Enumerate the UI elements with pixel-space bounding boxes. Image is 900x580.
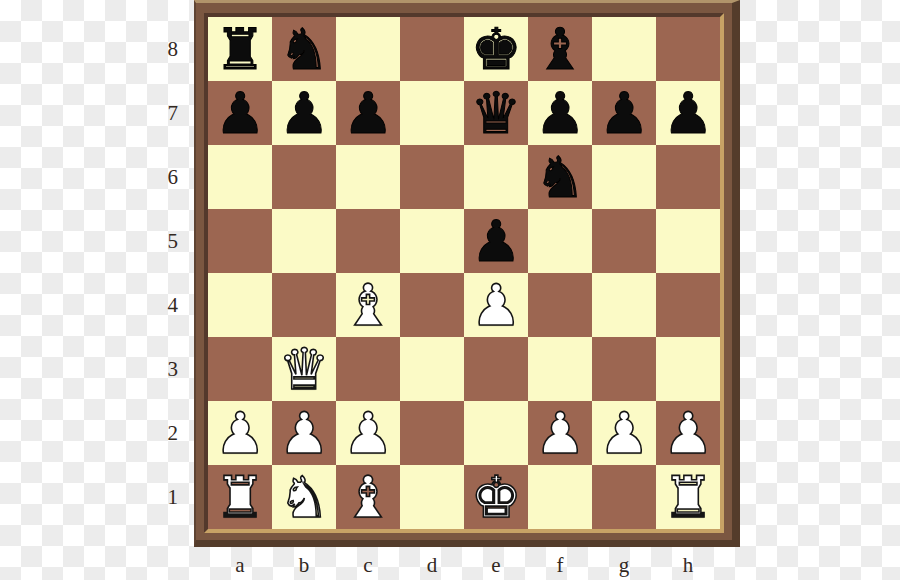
square-a1[interactable]: ♜: [208, 465, 272, 529]
square-b4[interactable]: [272, 273, 336, 337]
square-a3[interactable]: [208, 337, 272, 401]
square-f2[interactable]: ♟: [528, 401, 592, 465]
square-e1[interactable]: ♚: [464, 465, 528, 529]
file-label-c: c: [354, 553, 382, 577]
piece-black-pawn: ♟: [598, 81, 649, 145]
square-h5[interactable]: [656, 209, 720, 273]
square-f3[interactable]: [528, 337, 592, 401]
square-c7[interactable]: ♟: [336, 81, 400, 145]
piece-black-bishop: ♝: [534, 17, 585, 81]
chess-diagram: ♜♞♚♝♟♟♟♛♟♟♟♞♟♝♟♛♟♟♟♟♟♟♜♞♝♚♜ 87654321 abc…: [0, 0, 900, 580]
piece-white-pawn: ♟: [534, 401, 585, 465]
square-h1[interactable]: ♜: [656, 465, 720, 529]
square-g8[interactable]: [592, 17, 656, 81]
piece-white-king: ♚: [470, 465, 521, 529]
square-f5[interactable]: [528, 209, 592, 273]
square-d5[interactable]: [400, 209, 464, 273]
chess-board: ♜♞♚♝♟♟♟♛♟♟♟♞♟♝♟♛♟♟♟♟♟♟♜♞♝♚♜: [208, 17, 720, 529]
square-e2[interactable]: [464, 401, 528, 465]
square-d7[interactable]: [400, 81, 464, 145]
square-f1[interactable]: [528, 465, 592, 529]
square-b3[interactable]: ♛: [272, 337, 336, 401]
piece-black-king: ♚: [470, 17, 521, 81]
square-a8[interactable]: ♜: [208, 17, 272, 81]
square-h6[interactable]: [656, 145, 720, 209]
square-d8[interactable]: [400, 17, 464, 81]
square-d4[interactable]: [400, 273, 464, 337]
square-d2[interactable]: [400, 401, 464, 465]
square-e6[interactable]: [464, 145, 528, 209]
square-h8[interactable]: [656, 17, 720, 81]
square-d6[interactable]: [400, 145, 464, 209]
rank-label-1: 1: [150, 485, 178, 509]
square-g6[interactable]: [592, 145, 656, 209]
file-label-h: h: [674, 553, 702, 577]
file-label-a: a: [226, 553, 254, 577]
piece-white-pawn: ♟: [342, 401, 393, 465]
square-d3[interactable]: [400, 337, 464, 401]
square-a7[interactable]: ♟: [208, 81, 272, 145]
square-g1[interactable]: [592, 465, 656, 529]
piece-black-knight: ♞: [534, 145, 585, 209]
piece-white-bishop: ♝: [342, 465, 393, 529]
square-h7[interactable]: ♟: [656, 81, 720, 145]
square-h2[interactable]: ♟: [656, 401, 720, 465]
square-e8[interactable]: ♚: [464, 17, 528, 81]
square-c5[interactable]: [336, 209, 400, 273]
square-c1[interactable]: ♝: [336, 465, 400, 529]
square-e3[interactable]: [464, 337, 528, 401]
square-b8[interactable]: ♞: [272, 17, 336, 81]
square-h4[interactable]: [656, 273, 720, 337]
piece-black-queen: ♛: [470, 81, 521, 145]
square-a5[interactable]: [208, 209, 272, 273]
square-b7[interactable]: ♟: [272, 81, 336, 145]
piece-white-pawn: ♟: [598, 401, 649, 465]
piece-white-bishop: ♝: [342, 273, 393, 337]
piece-white-pawn: ♟: [214, 401, 265, 465]
square-a2[interactable]: ♟: [208, 401, 272, 465]
piece-black-rook: ♜: [214, 17, 265, 81]
file-label-b: b: [290, 553, 318, 577]
rank-label-2: 2: [150, 421, 178, 445]
square-a6[interactable]: [208, 145, 272, 209]
piece-black-pawn: ♟: [214, 81, 265, 145]
rank-label-6: 6: [150, 165, 178, 189]
piece-white-pawn: ♟: [662, 401, 713, 465]
square-b5[interactable]: [272, 209, 336, 273]
piece-white-pawn: ♟: [278, 401, 329, 465]
piece-black-knight: ♞: [278, 17, 329, 81]
rank-label-4: 4: [150, 293, 178, 317]
piece-white-queen: ♛: [278, 337, 329, 401]
square-c2[interactable]: ♟: [336, 401, 400, 465]
square-c4[interactable]: ♝: [336, 273, 400, 337]
square-c8[interactable]: [336, 17, 400, 81]
square-b6[interactable]: [272, 145, 336, 209]
square-f6[interactable]: ♞: [528, 145, 592, 209]
square-f4[interactable]: [528, 273, 592, 337]
piece-black-pawn: ♟: [342, 81, 393, 145]
square-f8[interactable]: ♝: [528, 17, 592, 81]
square-g3[interactable]: [592, 337, 656, 401]
square-g2[interactable]: ♟: [592, 401, 656, 465]
file-label-d: d: [418, 553, 446, 577]
file-label-e: e: [482, 553, 510, 577]
square-h3[interactable]: [656, 337, 720, 401]
rank-label-5: 5: [150, 229, 178, 253]
square-d1[interactable]: [400, 465, 464, 529]
square-c6[interactable]: [336, 145, 400, 209]
rank-label-7: 7: [150, 101, 178, 125]
piece-black-pawn: ♟: [534, 81, 585, 145]
square-g7[interactable]: ♟: [592, 81, 656, 145]
piece-white-rook: ♜: [662, 465, 713, 529]
piece-black-pawn: ♟: [662, 81, 713, 145]
piece-black-pawn: ♟: [470, 209, 521, 273]
square-f7[interactable]: ♟: [528, 81, 592, 145]
square-g5[interactable]: [592, 209, 656, 273]
square-e5[interactable]: ♟: [464, 209, 528, 273]
square-a4[interactable]: [208, 273, 272, 337]
piece-white-knight: ♞: [278, 465, 329, 529]
file-label-g: g: [610, 553, 638, 577]
square-b1[interactable]: ♞: [272, 465, 336, 529]
square-c3[interactable]: [336, 337, 400, 401]
piece-white-rook: ♜: [214, 465, 265, 529]
rank-label-8: 8: [150, 37, 178, 61]
piece-black-pawn: ♟: [278, 81, 329, 145]
rank-label-3: 3: [150, 357, 178, 381]
square-g4[interactable]: [592, 273, 656, 337]
file-label-f: f: [546, 553, 574, 577]
square-e7[interactable]: ♛: [464, 81, 528, 145]
square-b2[interactable]: ♟: [272, 401, 336, 465]
piece-white-pawn: ♟: [470, 273, 521, 337]
square-e4[interactable]: ♟: [464, 273, 528, 337]
